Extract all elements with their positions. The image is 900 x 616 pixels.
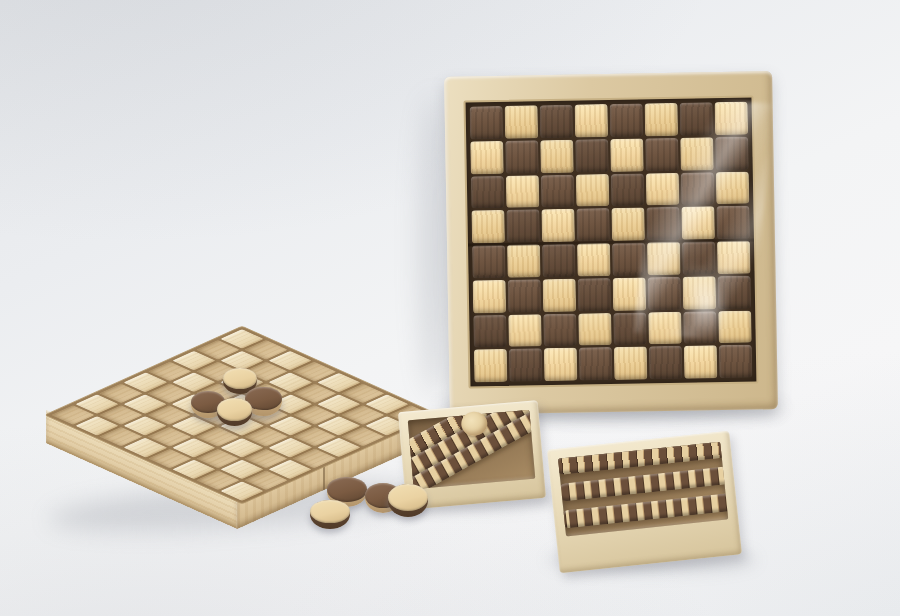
board-square bbox=[645, 103, 679, 136]
board-square bbox=[541, 209, 575, 242]
tray-right-well bbox=[558, 442, 728, 537]
board-square bbox=[613, 277, 647, 310]
board-square bbox=[540, 105, 574, 138]
product-photo-scene bbox=[0, 0, 900, 616]
board-square bbox=[646, 207, 680, 240]
board-inner-lip bbox=[463, 95, 758, 388]
board-square bbox=[611, 173, 645, 206]
board-square bbox=[646, 172, 680, 205]
board-square bbox=[682, 241, 716, 274]
checkers-tray-left bbox=[398, 400, 546, 510]
board-square bbox=[680, 137, 714, 170]
board-square bbox=[474, 349, 508, 382]
board-square bbox=[614, 347, 648, 380]
board-square bbox=[715, 102, 749, 135]
board-square bbox=[543, 278, 577, 311]
board-square bbox=[610, 138, 644, 171]
board-square bbox=[544, 348, 578, 381]
board-square bbox=[576, 174, 610, 207]
board-square bbox=[681, 172, 715, 205]
board-square bbox=[578, 278, 612, 311]
board-square bbox=[508, 314, 542, 347]
board-square bbox=[647, 242, 681, 275]
board-square bbox=[506, 209, 540, 242]
board-square bbox=[470, 141, 504, 174]
board-square bbox=[472, 245, 506, 278]
board-square bbox=[578, 313, 612, 346]
flat-board bbox=[46, 324, 428, 534]
board-square bbox=[576, 208, 610, 241]
board-square bbox=[579, 347, 613, 380]
board-square bbox=[683, 276, 717, 309]
board-square bbox=[508, 279, 542, 312]
board-square bbox=[473, 314, 507, 347]
board-square bbox=[680, 102, 714, 135]
board-square bbox=[471, 175, 505, 208]
board-square bbox=[684, 345, 718, 378]
board-square bbox=[575, 104, 609, 137]
checkers-tray-right bbox=[547, 431, 742, 573]
board-square bbox=[683, 311, 717, 344]
board-square bbox=[613, 312, 647, 345]
board-square bbox=[473, 280, 507, 313]
board-square bbox=[543, 313, 577, 346]
board-square bbox=[611, 208, 645, 241]
board-square bbox=[507, 244, 541, 277]
board-square bbox=[715, 136, 749, 169]
board-square bbox=[610, 103, 644, 136]
flat-board-pieces bbox=[46, 324, 428, 534]
board-square bbox=[575, 139, 609, 172]
board-square bbox=[648, 311, 682, 344]
board-square bbox=[505, 140, 539, 173]
board-square bbox=[471, 210, 505, 243]
board-square bbox=[718, 275, 752, 308]
board-square bbox=[718, 310, 752, 343]
board-square bbox=[716, 206, 750, 239]
board-square bbox=[612, 242, 646, 275]
board-square bbox=[505, 105, 539, 138]
checker-piece-light bbox=[217, 398, 252, 426]
board-square bbox=[649, 346, 683, 379]
board-square bbox=[719, 345, 753, 378]
board-square bbox=[648, 277, 682, 310]
board-square bbox=[717, 241, 751, 274]
board-square bbox=[506, 175, 540, 208]
board-square bbox=[716, 171, 750, 204]
board-square bbox=[509, 348, 543, 381]
board-square bbox=[577, 243, 611, 276]
board-square bbox=[542, 244, 576, 277]
board-square bbox=[541, 174, 575, 207]
board-square bbox=[470, 106, 504, 139]
upright-checkerboard bbox=[444, 71, 778, 415]
board-square bbox=[540, 139, 574, 172]
board-square bbox=[681, 206, 715, 239]
board-square bbox=[645, 138, 679, 171]
